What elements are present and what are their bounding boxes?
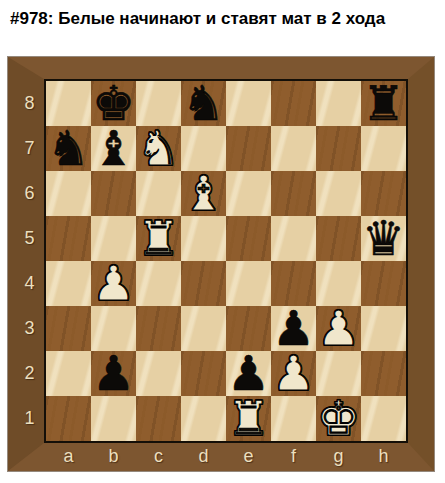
square-h4[interactable] — [361, 261, 406, 306]
square-e1[interactable]: ♜ — [226, 396, 271, 441]
square-g8[interactable] — [316, 81, 361, 126]
rank-labels: 87654321 — [8, 81, 44, 441]
white-bishop-piece[interactable]: ♝ — [182, 171, 225, 216]
square-g7[interactable] — [316, 126, 361, 171]
square-f8[interactable] — [271, 81, 316, 126]
square-h5[interactable]: ♛ — [361, 216, 406, 261]
file-label-b: b — [91, 443, 136, 471]
page: { "title": "#978: Белые начинают и ставя… — [0, 0, 445, 483]
file-label-a: a — [46, 443, 91, 471]
square-c7[interactable]: ♞ — [136, 126, 181, 171]
black-rook-piece[interactable]: ♜ — [362, 81, 405, 126]
rank-label-5: 5 — [8, 216, 44, 261]
square-h3[interactable] — [361, 306, 406, 351]
square-d8[interactable]: ♞ — [181, 81, 226, 126]
square-a7[interactable]: ♞ — [46, 126, 91, 171]
square-e8[interactable] — [226, 81, 271, 126]
file-labels: abcdefgh — [46, 443, 406, 471]
black-bishop-piece[interactable]: ♝ — [92, 126, 135, 171]
square-h1[interactable] — [361, 396, 406, 441]
square-a3[interactable] — [46, 306, 91, 351]
square-d3[interactable] — [181, 306, 226, 351]
rank-label-6: 6 — [8, 171, 44, 216]
square-d6[interactable]: ♝ — [181, 171, 226, 216]
square-a2[interactable] — [46, 351, 91, 396]
square-d2[interactable] — [181, 351, 226, 396]
rank-label-3: 3 — [8, 306, 44, 351]
rank-label-2: 2 — [8, 351, 44, 396]
square-c3[interactable] — [136, 306, 181, 351]
white-rook-piece[interactable]: ♜ — [227, 396, 270, 441]
file-label-e: e — [226, 443, 271, 471]
white-pawn-piece[interactable]: ♟ — [272, 351, 315, 396]
square-f5[interactable] — [271, 216, 316, 261]
square-d4[interactable] — [181, 261, 226, 306]
square-b7[interactable]: ♝ — [91, 126, 136, 171]
rank-label-4: 4 — [8, 261, 44, 306]
square-b4[interactable]: ♟ — [91, 261, 136, 306]
square-f2[interactable]: ♟ — [271, 351, 316, 396]
black-pawn-piece[interactable]: ♟ — [92, 351, 135, 396]
square-h7[interactable] — [361, 126, 406, 171]
file-label-f: f — [271, 443, 316, 471]
square-d1[interactable] — [181, 396, 226, 441]
square-a1[interactable] — [46, 396, 91, 441]
square-a6[interactable] — [46, 171, 91, 216]
square-e5[interactable] — [226, 216, 271, 261]
board-border: ♚♞♜♞♝♞♝♜♛♟♟♟♟♟♟♜♚ — [44, 79, 408, 443]
square-b6[interactable] — [91, 171, 136, 216]
square-g6[interactable] — [316, 171, 361, 216]
square-c5[interactable]: ♜ — [136, 216, 181, 261]
board: ♚♞♜♞♝♞♝♜♛♟♟♟♟♟♟♜♚ — [46, 81, 406, 441]
square-c4[interactable] — [136, 261, 181, 306]
square-d5[interactable] — [181, 216, 226, 261]
square-b2[interactable]: ♟ — [91, 351, 136, 396]
white-knight-piece[interactable]: ♞ — [137, 126, 180, 171]
file-label-g: g — [316, 443, 361, 471]
square-b1[interactable] — [91, 396, 136, 441]
square-c2[interactable] — [136, 351, 181, 396]
file-label-d: d — [181, 443, 226, 471]
board-frame: ♚♞♜♞♝♞♝♜♛♟♟♟♟♟♟♜♚ — [8, 57, 434, 471]
square-a5[interactable] — [46, 216, 91, 261]
rank-label-1: 1 — [8, 396, 44, 441]
square-f1[interactable] — [271, 396, 316, 441]
square-g3[interactable]: ♟ — [316, 306, 361, 351]
rank-label-8: 8 — [8, 81, 44, 126]
square-a4[interactable] — [46, 261, 91, 306]
square-h8[interactable]: ♜ — [361, 81, 406, 126]
square-e6[interactable] — [226, 171, 271, 216]
square-e4[interactable] — [226, 261, 271, 306]
black-knight-piece[interactable]: ♞ — [47, 126, 90, 171]
black-knight-piece[interactable]: ♞ — [182, 81, 225, 126]
square-c1[interactable] — [136, 396, 181, 441]
white-rook-piece[interactable]: ♜ — [137, 216, 180, 261]
white-pawn-piece[interactable]: ♟ — [92, 261, 135, 306]
square-f6[interactable] — [271, 171, 316, 216]
square-e7[interactable] — [226, 126, 271, 171]
square-g5[interactable] — [316, 216, 361, 261]
square-h2[interactable] — [361, 351, 406, 396]
rank-label-7: 7 — [8, 126, 44, 171]
white-pawn-piece[interactable]: ♟ — [317, 306, 360, 351]
square-g1[interactable]: ♚ — [316, 396, 361, 441]
white-king-piece[interactable]: ♚ — [317, 396, 360, 441]
file-label-c: c — [136, 443, 181, 471]
puzzle-title: #978: Белые начинают и ставят мат в 2 хо… — [10, 9, 385, 29]
file-label-h: h — [361, 443, 406, 471]
black-queen-piece[interactable]: ♛ — [362, 216, 405, 261]
square-f7[interactable] — [271, 126, 316, 171]
